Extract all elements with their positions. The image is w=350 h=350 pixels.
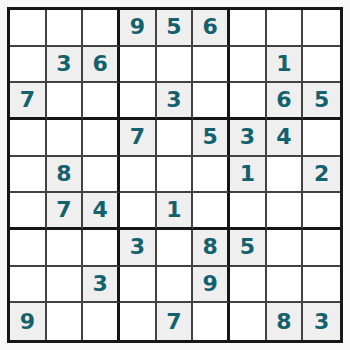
cell-r8c8[interactable] (267, 267, 304, 304)
cell-r5c5[interactable] (157, 157, 194, 194)
cell-r3c5: 3 (157, 83, 194, 120)
cell-r5c9: 2 (303, 157, 340, 194)
cell-r4c9[interactable] (303, 120, 340, 157)
cell-r9c6[interactable] (193, 303, 230, 340)
cell-r6c5: 1 (157, 193, 194, 230)
cell-r4c4: 7 (120, 120, 157, 157)
cell-r3c1: 7 (10, 83, 47, 120)
cell-r8c4[interactable] (120, 267, 157, 304)
cell-r7c1[interactable] (10, 230, 47, 267)
page: 95636173657534812741385399783 (0, 0, 350, 350)
cell-r3c2[interactable] (47, 83, 84, 120)
cell-r2c8: 1 (267, 47, 304, 84)
cell-r4c8: 4 (267, 120, 304, 157)
cell-r3c9: 5 (303, 83, 340, 120)
cell-r6c2: 7 (47, 193, 84, 230)
cell-r9c9: 3 (303, 303, 340, 340)
cell-r5c3[interactable] (83, 157, 120, 194)
cell-r7c5[interactable] (157, 230, 194, 267)
cell-r9c5: 7 (157, 303, 194, 340)
cell-r2c7[interactable] (230, 47, 267, 84)
cell-r7c6: 8 (193, 230, 230, 267)
cell-r9c2[interactable] (47, 303, 84, 340)
cell-r1c7[interactable] (230, 10, 267, 47)
cell-r4c6: 5 (193, 120, 230, 157)
cell-r8c9[interactable] (303, 267, 340, 304)
cell-r5c6[interactable] (193, 157, 230, 194)
cell-r1c6: 6 (193, 10, 230, 47)
cell-r9c3[interactable] (83, 303, 120, 340)
cell-r4c1[interactable] (10, 120, 47, 157)
cell-r8c1[interactable] (10, 267, 47, 304)
cell-r6c1[interactable] (10, 193, 47, 230)
cell-r4c3[interactable] (83, 120, 120, 157)
cell-r5c1[interactable] (10, 157, 47, 194)
cell-r2c2: 3 (47, 47, 84, 84)
cell-r7c4: 3 (120, 230, 157, 267)
cell-r6c3: 4 (83, 193, 120, 230)
cell-r4c7: 3 (230, 120, 267, 157)
cell-r5c8[interactable] (267, 157, 304, 194)
cell-r8c2[interactable] (47, 267, 84, 304)
cell-r3c3[interactable] (83, 83, 120, 120)
cell-r8c7[interactable] (230, 267, 267, 304)
cell-r7c9[interactable] (303, 230, 340, 267)
cell-r8c5[interactable] (157, 267, 194, 304)
cell-r4c2[interactable] (47, 120, 84, 157)
cell-r4c5[interactable] (157, 120, 194, 157)
cell-r6c7[interactable] (230, 193, 267, 230)
cell-r9c4[interactable] (120, 303, 157, 340)
cell-r2c5[interactable] (157, 47, 194, 84)
cell-r1c5: 5 (157, 10, 194, 47)
cell-r3c7[interactable] (230, 83, 267, 120)
cell-r3c6[interactable] (193, 83, 230, 120)
cell-r1c2[interactable] (47, 10, 84, 47)
cell-r5c2: 8 (47, 157, 84, 194)
cell-r7c2[interactable] (47, 230, 84, 267)
cell-r2c3: 6 (83, 47, 120, 84)
cell-r8c6: 9 (193, 267, 230, 304)
cell-r1c8[interactable] (267, 10, 304, 47)
cell-r2c1[interactable] (10, 47, 47, 84)
cell-r7c8[interactable] (267, 230, 304, 267)
cell-r7c7: 5 (230, 230, 267, 267)
cell-r5c4[interactable] (120, 157, 157, 194)
cell-r5c7: 1 (230, 157, 267, 194)
cell-r9c7[interactable] (230, 303, 267, 340)
sudoku-board: 95636173657534812741385399783 (7, 7, 343, 343)
cell-r3c4[interactable] (120, 83, 157, 120)
cell-r1c4: 9 (120, 10, 157, 47)
cell-r9c1: 9 (10, 303, 47, 340)
cell-r9c8: 8 (267, 303, 304, 340)
cell-r2c6[interactable] (193, 47, 230, 84)
cell-r1c9[interactable] (303, 10, 340, 47)
cell-r1c1[interactable] (10, 10, 47, 47)
cell-r7c3[interactable] (83, 230, 120, 267)
cell-r6c4[interactable] (120, 193, 157, 230)
cell-r6c8[interactable] (267, 193, 304, 230)
cell-r2c4[interactable] (120, 47, 157, 84)
cell-r8c3: 3 (83, 267, 120, 304)
cell-r6c6[interactable] (193, 193, 230, 230)
cell-r1c3[interactable] (83, 10, 120, 47)
cell-r3c8: 6 (267, 83, 304, 120)
cell-r6c9[interactable] (303, 193, 340, 230)
cell-r2c9[interactable] (303, 47, 340, 84)
